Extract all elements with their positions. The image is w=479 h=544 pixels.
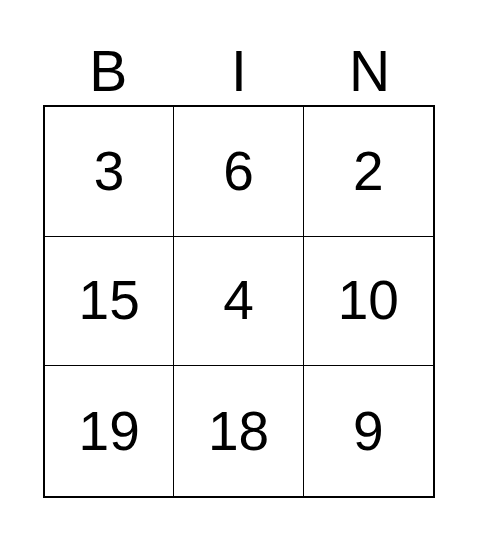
cell-r3c1[interactable]: 19 (45, 366, 174, 496)
bingo-card: 3 6 2 15 4 10 19 18 9 (43, 105, 435, 498)
cell-r3c2[interactable]: 18 (174, 366, 303, 496)
cell-r1c3[interactable]: 2 (304, 107, 433, 237)
column-header-n: N (304, 40, 435, 102)
cell-r1c1[interactable]: 3 (45, 107, 174, 237)
cell-r2c1[interactable]: 15 (45, 237, 174, 367)
cell-r2c2[interactable]: 4 (174, 237, 303, 367)
cell-r2c3[interactable]: 10 (304, 237, 433, 367)
column-headers: B I N (43, 40, 435, 102)
column-header-i: I (174, 40, 305, 102)
cell-r1c2[interactable]: 6 (174, 107, 303, 237)
cell-r3c3[interactable]: 9 (304, 366, 433, 496)
column-header-b: B (43, 40, 174, 102)
